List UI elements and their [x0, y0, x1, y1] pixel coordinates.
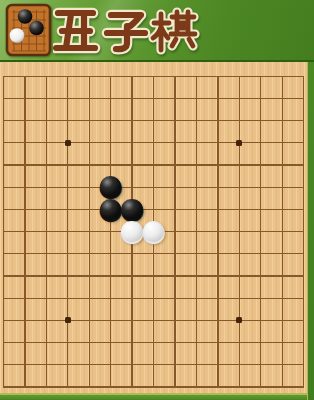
white-stone-glyph: ● [119, 221, 144, 243]
star-point [236, 140, 242, 146]
app-title-text: 五子棋 [0, 0, 1, 1]
grid-line-vertical [303, 76, 304, 388]
stone-black: ● [100, 199, 122, 221]
white-stone-glyph: ● [141, 221, 166, 243]
black-stone-glyph: ● [98, 176, 123, 198]
stone-white: ● [143, 221, 165, 243]
star-point [236, 317, 242, 323]
grid-line-vertical [260, 76, 261, 388]
star-point [65, 317, 71, 323]
grid-line-horizontal [3, 364, 305, 365]
grid-line-vertical [196, 76, 197, 388]
gomoku-app: 五子棋 ●●●●● [0, 0, 314, 400]
bottom-margin [0, 393, 307, 400]
grid-line-vertical [239, 76, 240, 388]
grid-line-vertical [217, 76, 218, 388]
title-bar: 五子棋 [0, 0, 314, 62]
right-margin [307, 62, 314, 400]
go-board-icon [5, 3, 52, 57]
black-stone-glyph: ● [119, 199, 144, 221]
app-title [53, 6, 201, 56]
grid-line-vertical [282, 76, 283, 388]
star-point [65, 140, 71, 146]
grid-line-horizontal [3, 342, 305, 343]
stone-black: ● [121, 199, 143, 221]
grid-line-horizontal [3, 386, 305, 387]
grid-line-vertical [174, 76, 175, 388]
stone-black: ● [100, 176, 122, 198]
stone-white: ● [121, 221, 143, 243]
board[interactable]: ●●●●● [0, 62, 307, 393]
black-stone-glyph: ● [98, 199, 123, 221]
